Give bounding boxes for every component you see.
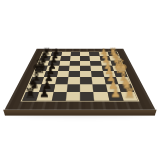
square-f3 [92, 77, 105, 84]
square-h3 [93, 92, 108, 101]
black-rook: ♜ [24, 86, 36, 99]
chess-board: ♜♟♟♜♞♟♟♞♝♟♟♝♛♟♟♛♚♟♟♚♝♟♟♝♞♟♟♞♜♟♟♜ [5, 49, 156, 110]
square-g6 [53, 84, 67, 92]
black-pawn: ♟ [39, 87, 50, 99]
perspective-container: ♜♟♟♜♞♟♟♞♝♟♟♝♛♟♟♛♚♟♟♚♝♟♟♝♞♟♟♞♜♟♟♜ [0, 0, 160, 160]
square-h1: ♜ [120, 92, 137, 101]
square-g5 [67, 84, 80, 92]
white-rook: ♜ [124, 86, 136, 99]
square-f5 [67, 77, 80, 84]
board-grid: ♜♟♟♜♞♟♟♞♝♟♟♝♛♟♟♛♚♟♟♚♝♟♟♝♞♟♟♞♜♟♟♜ [22, 52, 138, 101]
square-h6 [51, 92, 66, 101]
square-h2: ♟ [107, 92, 123, 101]
square-h7: ♟ [37, 92, 53, 101]
square-h4 [80, 92, 94, 101]
square-h8: ♜ [22, 92, 39, 101]
white-pawn: ♟ [110, 87, 121, 99]
board-side-edge [3, 110, 157, 116]
square-h5 [66, 92, 80, 101]
square-g4 [80, 84, 93, 92]
square-f4 [80, 77, 93, 84]
chess-set-photo: ♜♟♟♜♞♟♟♞♝♟♟♝♛♟♟♛♚♟♟♚♝♟♟♝♞♟♟♞♜♟♟♜ [0, 0, 160, 160]
board-pinstripe: ♜♟♟♜♞♟♟♞♝♟♟♝♛♟♟♛♚♟♟♚♝♟♟♝♞♟♟♞♜♟♟♜ [21, 52, 140, 102]
square-f6 [55, 77, 68, 84]
